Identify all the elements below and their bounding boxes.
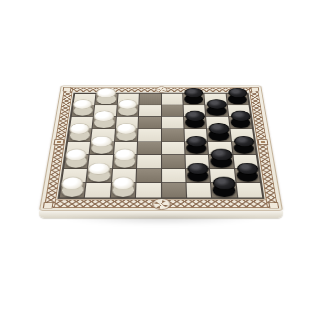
square-g3[interactable] [209,155,233,168]
corner-knot-icon [250,87,259,91]
square-c1[interactable] [111,183,136,197]
square-h1[interactable] [236,183,262,197]
piece-top [184,88,204,98]
piece-top [65,149,88,161]
black-piece[interactable] [187,169,209,181]
square-d7[interactable] [139,105,160,116]
square-b8[interactable] [96,94,118,105]
black-piece[interactable] [212,184,235,197]
piece-top [186,136,207,147]
white-piece[interactable] [91,142,113,153]
square-c7[interactable] [117,105,139,116]
white-piece[interactable] [65,156,88,168]
black-piece[interactable] [210,156,232,168]
piece-top [187,163,209,175]
square-e4[interactable] [161,142,184,155]
piece-top [112,177,135,190]
square-a3[interactable] [64,155,89,168]
white-piece[interactable] [88,169,111,181]
checkers-board [39,86,283,211]
black-piece[interactable] [230,117,251,128]
white-piece[interactable] [114,156,136,168]
square-e2[interactable] [162,169,186,183]
piece-top [209,123,230,134]
black-piece[interactable] [236,169,259,181]
square-h8[interactable] [226,94,248,105]
square-a7[interactable] [72,105,95,116]
square-f2[interactable] [186,169,210,183]
black-piece[interactable] [185,117,205,128]
piece-top [211,149,233,161]
piece-top [236,163,259,175]
square-g7[interactable] [205,105,227,116]
board-scene [0,0,322,322]
piece-top [60,177,84,190]
square-b6[interactable] [93,117,116,129]
square-b1[interactable] [85,183,110,197]
square-a1[interactable] [60,183,86,197]
square-e8[interactable] [161,94,182,105]
square-c3[interactable] [113,155,137,168]
piece-top [213,177,236,190]
square-e1[interactable] [162,183,186,197]
square-d6[interactable] [139,117,161,129]
square-e3[interactable] [162,155,185,168]
piece-top [94,111,115,122]
white-piece[interactable] [69,130,91,141]
square-f8[interactable] [183,94,204,105]
white-piece[interactable] [94,117,115,128]
square-f6[interactable] [184,117,206,129]
piece-top [207,99,227,109]
square-h4[interactable] [232,142,256,155]
square-h6[interactable] [229,117,252,129]
rosette-medallion-icon [152,198,171,210]
playing-grid [57,93,264,199]
black-piece[interactable] [208,130,229,141]
square-b2[interactable] [87,169,112,183]
square-d3[interactable] [137,155,160,168]
square-d5[interactable] [138,129,160,141]
square-d4[interactable] [138,142,161,155]
piece-top [69,123,91,134]
square-f1[interactable] [186,183,211,197]
product-photo-canvas [0,0,322,322]
piece-top [233,136,255,147]
black-piece[interactable] [184,94,204,104]
corner-knot-icon [63,87,72,91]
piece-top [228,88,248,98]
square-e6[interactable] [161,117,183,129]
square-g1[interactable] [211,183,236,197]
white-piece[interactable] [73,106,94,116]
board-shadow [60,217,262,225]
black-piece[interactable] [206,106,226,116]
square-d8[interactable] [139,94,160,105]
square-g5[interactable] [207,129,230,141]
square-b4[interactable] [90,142,114,155]
square-e7[interactable] [161,105,182,116]
square-a5[interactable] [68,129,92,141]
piece-top [230,111,251,122]
piece-top [116,123,137,134]
white-piece[interactable] [97,94,117,104]
black-piece[interactable] [186,142,207,153]
piece-top [114,149,136,161]
white-piece[interactable] [118,106,138,116]
piece-top [185,111,205,122]
white-piece[interactable] [116,130,137,141]
square-f4[interactable] [185,142,208,155]
white-piece[interactable] [61,184,85,197]
black-piece[interactable] [227,94,247,104]
black-piece[interactable] [233,142,255,153]
square-d1[interactable] [136,183,160,197]
square-c5[interactable] [115,129,138,141]
square-h2[interactable] [235,169,260,183]
white-piece[interactable] [112,184,135,197]
square-d2[interactable] [137,169,161,183]
square-e5[interactable] [161,129,183,141]
